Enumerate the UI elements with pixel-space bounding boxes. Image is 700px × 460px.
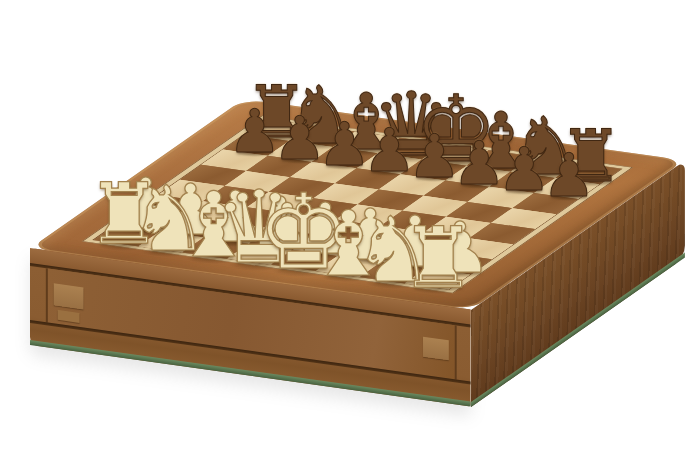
r-glyph: ♜ — [401, 209, 476, 307]
piece-white-rook-h1[interactable]: ♜ — [401, 216, 476, 300]
pieces-layer: ♜♞♝♛♚♝♞♜♟♟♟♟♟♟♟♟♟♟♟♟♟♟♟♟♜♞♝♛♚♝♞♜ — [0, 0, 700, 460]
p-glyph: ♟ — [542, 140, 596, 210]
chess-box-scene: ♜♞♝♛♚♝♞♜♟♟♟♟♟♟♟♟♟♟♟♟♟♟♟♟♜♞♝♛♚♝♞♜ — [0, 0, 700, 460]
piece-black-pawn-h7[interactable]: ♟ — [542, 145, 596, 205]
